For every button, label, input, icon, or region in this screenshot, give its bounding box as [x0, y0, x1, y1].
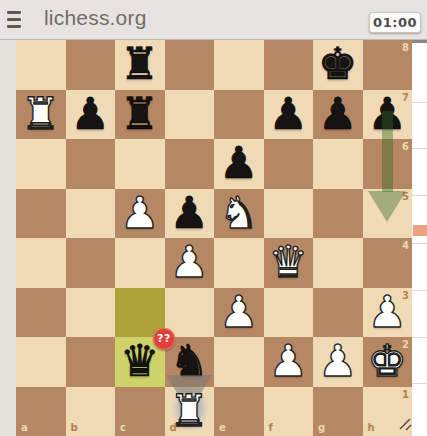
board-resize-handle[interactable]: [398, 416, 413, 432]
hamburger-bar: [7, 11, 21, 14]
coord-file-h: h: [368, 422, 375, 433]
square-h3[interactable]: 3♟: [363, 288, 413, 338]
hamburger-bar: [7, 25, 21, 28]
square-c4[interactable]: [115, 238, 165, 288]
square-f3[interactable]: [264, 288, 314, 338]
black-pawn-e6[interactable]: ♟: [214, 139, 264, 189]
square-f6[interactable]: [264, 139, 314, 189]
square-a3[interactable]: [16, 288, 66, 338]
coord-file-a: a: [21, 422, 28, 433]
square-e7[interactable]: [214, 90, 264, 140]
black-pawn-g7[interactable]: ♟: [313, 90, 363, 140]
black-pawn-d5[interactable]: ♟: [165, 189, 215, 239]
white-king-h2[interactable]: ♚: [363, 337, 413, 387]
square-e6[interactable]: ♟: [214, 139, 264, 189]
panel-divider: [412, 148, 427, 149]
game-clock: 01:00: [369, 12, 421, 33]
square-a6[interactable]: [16, 139, 66, 189]
white-pawn-c5[interactable]: ♟: [115, 189, 165, 239]
square-h7[interactable]: 7♟: [363, 90, 413, 140]
coord-file-f: f: [269, 422, 273, 433]
site-title[interactable]: lichess.org: [44, 6, 147, 30]
square-c5[interactable]: ♟: [115, 189, 165, 239]
square-f7[interactable]: ♟: [264, 90, 314, 140]
square-d4[interactable]: ♟: [165, 238, 215, 288]
square-f2[interactable]: ♟: [264, 337, 314, 387]
square-d3[interactable]: [165, 288, 215, 338]
square-c6[interactable]: [115, 139, 165, 189]
square-g1[interactable]: g: [313, 387, 363, 436]
coord-file-b: b: [71, 422, 78, 433]
square-b5[interactable]: [66, 189, 116, 239]
square-b6[interactable]: [66, 139, 116, 189]
square-b7[interactable]: ♟: [66, 90, 116, 140]
square-a8[interactable]: [16, 40, 66, 90]
square-e1[interactable]: e: [214, 387, 264, 436]
square-b4[interactable]: [66, 238, 116, 288]
square-b3[interactable]: [66, 288, 116, 338]
side-panel: [412, 32, 427, 436]
lichess-game-page: lichess.org 01:00 ?? ♜♚8♜♟♜♟♟7♟♟6♟♟♞5♟♛4…: [0, 0, 427, 436]
square-a2[interactable]: [16, 337, 66, 387]
square-e3[interactable]: ♟: [214, 288, 264, 338]
coord-rank-6: 6: [402, 141, 409, 152]
square-a4[interactable]: [16, 238, 66, 288]
square-f4[interactable]: ♛: [264, 238, 314, 288]
square-b8[interactable]: [66, 40, 116, 90]
square-b2[interactable]: [66, 337, 116, 387]
square-g3[interactable]: [313, 288, 363, 338]
square-f1[interactable]: f: [264, 387, 314, 436]
hamburger-menu-icon[interactable]: [7, 11, 21, 28]
coord-rank-5: 5: [402, 191, 409, 202]
square-g7[interactable]: ♟: [313, 90, 363, 140]
square-g8[interactable]: ♚: [313, 40, 363, 90]
white-pawn-e3[interactable]: ♟: [214, 288, 264, 338]
square-e4[interactable]: [214, 238, 264, 288]
hamburger-bar: [7, 18, 21, 21]
square-d6[interactable]: [165, 139, 215, 189]
white-rook-a7[interactable]: ♜: [16, 90, 66, 140]
square-f8[interactable]: [264, 40, 314, 90]
white-rook-d1[interactable]: ♜: [165, 387, 215, 436]
blunder-badge: ??: [153, 328, 175, 350]
square-h4[interactable]: 4: [363, 238, 413, 288]
square-d7[interactable]: [165, 90, 215, 140]
panel-divider: [412, 337, 427, 338]
square-h8[interactable]: 8: [363, 40, 413, 90]
panel-highlighted-row: [413, 225, 427, 236]
square-e2[interactable]: [214, 337, 264, 387]
square-d8[interactable]: [165, 40, 215, 90]
coord-file-c: c: [120, 422, 126, 433]
square-b1[interactable]: b: [66, 387, 116, 436]
square-a1[interactable]: a: [16, 387, 66, 436]
white-pawn-g2[interactable]: ♟: [313, 337, 363, 387]
black-rook-c8[interactable]: ♜: [115, 40, 165, 90]
black-rook-c7[interactable]: ♜: [115, 90, 165, 140]
square-f5[interactable]: [264, 189, 314, 239]
white-pawn-h3[interactable]: ♟: [363, 288, 413, 338]
square-a7[interactable]: ♜: [16, 90, 66, 140]
square-d1[interactable]: d♜: [165, 387, 215, 436]
white-queen-f4[interactable]: ♛: [264, 238, 314, 288]
white-knight-e5[interactable]: ♞: [214, 189, 264, 239]
square-g6[interactable]: [313, 139, 363, 189]
square-a5[interactable]: [16, 189, 66, 239]
black-pawn-b7[interactable]: ♟: [66, 90, 116, 140]
square-h5[interactable]: 5: [363, 189, 413, 239]
black-king-g8[interactable]: ♚: [313, 40, 363, 90]
panel-divider: [412, 195, 427, 196]
panel-divider: [412, 243, 427, 244]
chess-board[interactable]: ?? ♜♚8♜♟♜♟♟7♟♟6♟♟♞5♟♛4♟3♟♛♞♟♟2♚abcd♜efgh…: [16, 40, 412, 436]
square-e5[interactable]: ♞: [214, 189, 264, 239]
square-h2[interactable]: 2♚: [363, 337, 413, 387]
square-h6[interactable]: 6: [363, 139, 413, 189]
square-c1[interactable]: c: [115, 387, 165, 436]
square-g2[interactable]: ♟: [313, 337, 363, 387]
coord-rank-8: 8: [402, 42, 409, 53]
panel-divider: [412, 383, 427, 384]
black-pawn-h7[interactable]: ♟: [363, 90, 413, 140]
square-g4[interactable]: [313, 238, 363, 288]
panel-divider: [412, 290, 427, 291]
white-pawn-d4[interactable]: ♟: [165, 238, 215, 288]
square-c7[interactable]: ♜: [115, 90, 165, 140]
black-pawn-f7[interactable]: ♟: [264, 90, 314, 140]
coord-rank-1: 1: [402, 389, 409, 400]
white-pawn-f2[interactable]: ♟: [264, 337, 314, 387]
square-d5[interactable]: ♟: [165, 189, 215, 239]
panel-divider: [412, 102, 427, 103]
top-header: lichess.org 01:00: [0, 0, 427, 40]
coord-file-g: g: [318, 422, 325, 433]
coord-rank-4: 4: [402, 240, 409, 251]
coord-file-e: e: [219, 422, 226, 433]
square-g5[interactable]: [313, 189, 363, 239]
square-e8[interactable]: [214, 40, 264, 90]
square-c8[interactable]: ♜: [115, 40, 165, 90]
